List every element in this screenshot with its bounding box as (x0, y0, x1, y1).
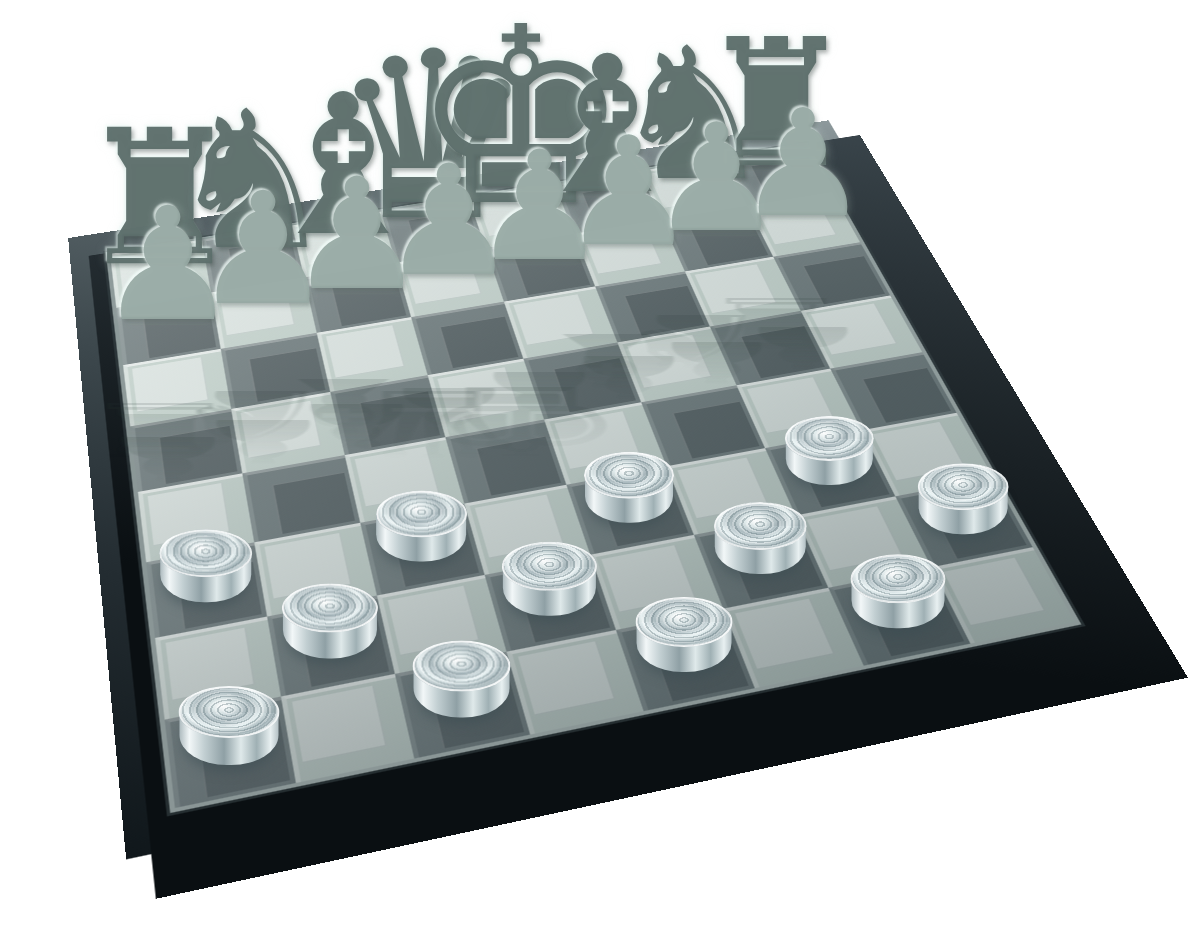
product-photo-stage: ♜♜♞♞♝♝♛♛♚♚♝♝♞♞♜♜♟♟♟♟♟♟♟♟♟♟♟♟♟♟♟♟ (0, 0, 1200, 944)
glass-board-frame (68, 120, 1139, 859)
board-grid (110, 145, 1075, 808)
